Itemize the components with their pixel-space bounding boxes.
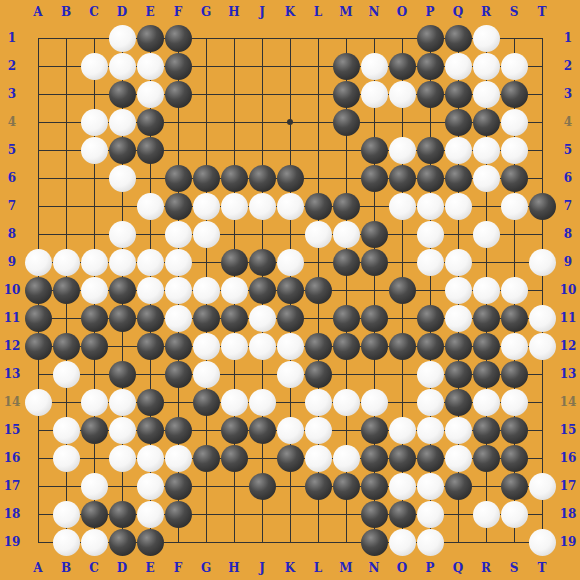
board-intersection-J13[interactable]: [248, 360, 276, 388]
board-intersection-H7[interactable]: [220, 192, 248, 220]
board-intersection-N8[interactable]: [360, 220, 388, 248]
board-intersection-L10[interactable]: [304, 276, 332, 304]
board-intersection-L1[interactable]: [304, 24, 332, 52]
board-intersection-L16[interactable]: [304, 444, 332, 472]
board-intersection-A5[interactable]: [24, 136, 52, 164]
board-intersection-C11[interactable]: [80, 304, 108, 332]
board-intersection-A19[interactable]: [24, 528, 52, 556]
board-intersection-R9[interactable]: [472, 248, 500, 276]
board-intersection-J10[interactable]: [248, 276, 276, 304]
board-intersection-K7[interactable]: [276, 192, 304, 220]
board-intersection-B5[interactable]: [52, 136, 80, 164]
board-intersection-K3[interactable]: [276, 80, 304, 108]
board-intersection-T17[interactable]: [528, 472, 556, 500]
board-intersection-Q10[interactable]: [444, 276, 472, 304]
board-intersection-C2[interactable]: [80, 52, 108, 80]
board-intersection-H14[interactable]: [220, 388, 248, 416]
board-intersection-G2[interactable]: [192, 52, 220, 80]
board-intersection-F15[interactable]: [164, 416, 192, 444]
board-intersection-L11[interactable]: [304, 304, 332, 332]
board-intersection-E5[interactable]: [136, 136, 164, 164]
board-intersection-D8[interactable]: [108, 220, 136, 248]
board-intersection-C19[interactable]: [80, 528, 108, 556]
board-intersection-J14[interactable]: [248, 388, 276, 416]
board-intersection-B12[interactable]: [52, 332, 80, 360]
board-intersection-K19[interactable]: [276, 528, 304, 556]
board-intersection-N11[interactable]: [360, 304, 388, 332]
board-intersection-S13[interactable]: [500, 360, 528, 388]
board-intersection-T16[interactable]: [528, 444, 556, 472]
board-intersection-K10[interactable]: [276, 276, 304, 304]
board-intersection-M12[interactable]: [332, 332, 360, 360]
board-intersection-R3[interactable]: [472, 80, 500, 108]
board-intersection-K9[interactable]: [276, 248, 304, 276]
board-intersection-F18[interactable]: [164, 500, 192, 528]
board-intersection-D15[interactable]: [108, 416, 136, 444]
board-intersection-D7[interactable]: [108, 192, 136, 220]
board-intersection-J17[interactable]: [248, 472, 276, 500]
board-intersection-C8[interactable]: [80, 220, 108, 248]
board-intersection-S11[interactable]: [500, 304, 528, 332]
board-intersection-P17[interactable]: [416, 472, 444, 500]
board-intersection-J7[interactable]: [248, 192, 276, 220]
board-intersection-A7[interactable]: [24, 192, 52, 220]
board-intersection-B17[interactable]: [52, 472, 80, 500]
board-intersection-S12[interactable]: [500, 332, 528, 360]
board-intersection-R11[interactable]: [472, 304, 500, 332]
board-intersection-T1[interactable]: [528, 24, 556, 52]
board-intersection-M14[interactable]: [332, 388, 360, 416]
board-intersection-N1[interactable]: [360, 24, 388, 52]
board-intersection-G5[interactable]: [192, 136, 220, 164]
board-intersection-H8[interactable]: [220, 220, 248, 248]
board-intersection-D13[interactable]: [108, 360, 136, 388]
board-intersection-F13[interactable]: [164, 360, 192, 388]
board-intersection-Q12[interactable]: [444, 332, 472, 360]
board-intersection-S6[interactable]: [500, 164, 528, 192]
board-intersection-J6[interactable]: [248, 164, 276, 192]
board-intersection-M18[interactable]: [332, 500, 360, 528]
board-intersection-O15[interactable]: [388, 416, 416, 444]
board-intersection-S1[interactable]: [500, 24, 528, 52]
board-intersection-P11[interactable]: [416, 304, 444, 332]
board-intersection-G14[interactable]: [192, 388, 220, 416]
board-intersection-Q15[interactable]: [444, 416, 472, 444]
board-intersection-G18[interactable]: [192, 500, 220, 528]
board-intersection-F16[interactable]: [164, 444, 192, 472]
board-intersection-P6[interactable]: [416, 164, 444, 192]
board-intersection-T9[interactable]: [528, 248, 556, 276]
board-intersection-O18[interactable]: [388, 500, 416, 528]
board-intersection-O14[interactable]: [388, 388, 416, 416]
board-intersection-L14[interactable]: [304, 388, 332, 416]
board-intersection-M11[interactable]: [332, 304, 360, 332]
board-intersection-M19[interactable]: [332, 528, 360, 556]
board-intersection-A16[interactable]: [24, 444, 52, 472]
board-intersection-A11[interactable]: [24, 304, 52, 332]
board-intersection-M16[interactable]: [332, 444, 360, 472]
board-intersection-E9[interactable]: [136, 248, 164, 276]
board-intersection-R19[interactable]: [472, 528, 500, 556]
board-intersection-C16[interactable]: [80, 444, 108, 472]
board-intersection-L19[interactable]: [304, 528, 332, 556]
board-intersection-O4[interactable]: [388, 108, 416, 136]
board-intersection-C18[interactable]: [80, 500, 108, 528]
board-intersection-O3[interactable]: [388, 80, 416, 108]
board-intersection-K17[interactable]: [276, 472, 304, 500]
board-intersection-N6[interactable]: [360, 164, 388, 192]
board-intersection-E14[interactable]: [136, 388, 164, 416]
board-intersection-T10[interactable]: [528, 276, 556, 304]
board-intersection-H17[interactable]: [220, 472, 248, 500]
board-intersection-F14[interactable]: [164, 388, 192, 416]
board-intersection-A6[interactable]: [24, 164, 52, 192]
board-intersection-T15[interactable]: [528, 416, 556, 444]
board-intersection-D14[interactable]: [108, 388, 136, 416]
board-intersection-N16[interactable]: [360, 444, 388, 472]
board-intersection-N12[interactable]: [360, 332, 388, 360]
board-intersection-E12[interactable]: [136, 332, 164, 360]
board-intersection-R1[interactable]: [472, 24, 500, 52]
board-intersection-H19[interactable]: [220, 528, 248, 556]
board-intersection-T13[interactable]: [528, 360, 556, 388]
board-intersection-A14[interactable]: [24, 388, 52, 416]
board-intersection-R14[interactable]: [472, 388, 500, 416]
board-intersection-N15[interactable]: [360, 416, 388, 444]
board-intersection-F1[interactable]: [164, 24, 192, 52]
board-intersection-C5[interactable]: [80, 136, 108, 164]
board-intersection-K2[interactable]: [276, 52, 304, 80]
board-intersection-L3[interactable]: [304, 80, 332, 108]
board-intersection-H9[interactable]: [220, 248, 248, 276]
board-intersection-M5[interactable]: [332, 136, 360, 164]
board-intersection-R2[interactable]: [472, 52, 500, 80]
board-intersection-A3[interactable]: [24, 80, 52, 108]
board-intersection-F2[interactable]: [164, 52, 192, 80]
board-intersection-D11[interactable]: [108, 304, 136, 332]
board-intersection-P15[interactable]: [416, 416, 444, 444]
board-intersection-O5[interactable]: [388, 136, 416, 164]
board-intersection-R10[interactable]: [472, 276, 500, 304]
board-intersection-D19[interactable]: [108, 528, 136, 556]
board-intersection-R7[interactable]: [472, 192, 500, 220]
board-intersection-J11[interactable]: [248, 304, 276, 332]
board-intersection-B11[interactable]: [52, 304, 80, 332]
board-intersection-T7[interactable]: [528, 192, 556, 220]
board-intersection-M3[interactable]: [332, 80, 360, 108]
board-intersection-P7[interactable]: [416, 192, 444, 220]
board-intersection-E8[interactable]: [136, 220, 164, 248]
board-intersection-O19[interactable]: [388, 528, 416, 556]
board-intersection-C7[interactable]: [80, 192, 108, 220]
board-intersection-L15[interactable]: [304, 416, 332, 444]
board-intersection-G3[interactable]: [192, 80, 220, 108]
board-intersection-T18[interactable]: [528, 500, 556, 528]
board-intersection-H6[interactable]: [220, 164, 248, 192]
board-intersection-L7[interactable]: [304, 192, 332, 220]
board-intersection-B3[interactable]: [52, 80, 80, 108]
board-intersection-A10[interactable]: [24, 276, 52, 304]
board-intersection-Q6[interactable]: [444, 164, 472, 192]
board-intersection-F10[interactable]: [164, 276, 192, 304]
board-intersection-P14[interactable]: [416, 388, 444, 416]
board-intersection-M7[interactable]: [332, 192, 360, 220]
board-intersection-P1[interactable]: [416, 24, 444, 52]
board-intersection-H4[interactable]: [220, 108, 248, 136]
board-intersection-R16[interactable]: [472, 444, 500, 472]
board-intersection-R6[interactable]: [472, 164, 500, 192]
board-intersection-D18[interactable]: [108, 500, 136, 528]
board-intersection-Q14[interactable]: [444, 388, 472, 416]
board-intersection-F6[interactable]: [164, 164, 192, 192]
board-intersection-Q7[interactable]: [444, 192, 472, 220]
board-intersection-E15[interactable]: [136, 416, 164, 444]
board-intersection-F8[interactable]: [164, 220, 192, 248]
board-intersection-G15[interactable]: [192, 416, 220, 444]
board-intersection-D4[interactable]: [108, 108, 136, 136]
board-intersection-S5[interactable]: [500, 136, 528, 164]
board-intersection-F4[interactable]: [164, 108, 192, 136]
board-intersection-F11[interactable]: [164, 304, 192, 332]
board-intersection-K8[interactable]: [276, 220, 304, 248]
board-intersection-M6[interactable]: [332, 164, 360, 192]
board-intersection-T12[interactable]: [528, 332, 556, 360]
board-intersection-Q16[interactable]: [444, 444, 472, 472]
board-intersection-M4[interactable]: [332, 108, 360, 136]
board-intersection-E1[interactable]: [136, 24, 164, 52]
board-intersection-P9[interactable]: [416, 248, 444, 276]
board-intersection-K12[interactable]: [276, 332, 304, 360]
board-intersection-L5[interactable]: [304, 136, 332, 164]
board-intersection-Q17[interactable]: [444, 472, 472, 500]
board-intersection-E7[interactable]: [136, 192, 164, 220]
board-intersection-T5[interactable]: [528, 136, 556, 164]
board-intersection-E10[interactable]: [136, 276, 164, 304]
board-intersection-J1[interactable]: [248, 24, 276, 52]
board-intersection-H13[interactable]: [220, 360, 248, 388]
board-intersection-B2[interactable]: [52, 52, 80, 80]
board-intersection-O8[interactable]: [388, 220, 416, 248]
board-intersection-P19[interactable]: [416, 528, 444, 556]
board-intersection-O9[interactable]: [388, 248, 416, 276]
board-intersection-B19[interactable]: [52, 528, 80, 556]
board-intersection-E3[interactable]: [136, 80, 164, 108]
board-intersection-T19[interactable]: [528, 528, 556, 556]
board-intersection-A2[interactable]: [24, 52, 52, 80]
board-intersection-P10[interactable]: [416, 276, 444, 304]
board-intersection-D12[interactable]: [108, 332, 136, 360]
board-intersection-N18[interactable]: [360, 500, 388, 528]
board-intersection-N4[interactable]: [360, 108, 388, 136]
board-intersection-C1[interactable]: [80, 24, 108, 52]
board-intersection-N13[interactable]: [360, 360, 388, 388]
board-intersection-B10[interactable]: [52, 276, 80, 304]
board-intersection-O12[interactable]: [388, 332, 416, 360]
board-intersection-G1[interactable]: [192, 24, 220, 52]
board-intersection-C3[interactable]: [80, 80, 108, 108]
board-intersection-C4[interactable]: [80, 108, 108, 136]
board-intersection-Q5[interactable]: [444, 136, 472, 164]
board-intersection-J19[interactable]: [248, 528, 276, 556]
board-intersection-T2[interactable]: [528, 52, 556, 80]
board-intersection-B14[interactable]: [52, 388, 80, 416]
board-intersection-K14[interactable]: [276, 388, 304, 416]
board-intersection-L8[interactable]: [304, 220, 332, 248]
board-intersection-C14[interactable]: [80, 388, 108, 416]
board-intersection-S17[interactable]: [500, 472, 528, 500]
board-intersection-D3[interactable]: [108, 80, 136, 108]
board-intersection-Q13[interactable]: [444, 360, 472, 388]
board-intersection-S10[interactable]: [500, 276, 528, 304]
board-intersection-O10[interactable]: [388, 276, 416, 304]
board-intersection-E16[interactable]: [136, 444, 164, 472]
board-intersection-T4[interactable]: [528, 108, 556, 136]
board-intersection-H3[interactable]: [220, 80, 248, 108]
board-intersection-C17[interactable]: [80, 472, 108, 500]
board-intersection-A1[interactable]: [24, 24, 52, 52]
board-intersection-K13[interactable]: [276, 360, 304, 388]
board-intersection-G6[interactable]: [192, 164, 220, 192]
board-intersection-E4[interactable]: [136, 108, 164, 136]
board-intersection-R17[interactable]: [472, 472, 500, 500]
board-intersection-E19[interactable]: [136, 528, 164, 556]
board-intersection-D17[interactable]: [108, 472, 136, 500]
board-intersection-Q18[interactable]: [444, 500, 472, 528]
board-intersection-B16[interactable]: [52, 444, 80, 472]
board-intersection-C9[interactable]: [80, 248, 108, 276]
board-intersection-S15[interactable]: [500, 416, 528, 444]
board-intersection-C13[interactable]: [80, 360, 108, 388]
board-intersection-J8[interactable]: [248, 220, 276, 248]
board-intersection-S14[interactable]: [500, 388, 528, 416]
board-intersection-B15[interactable]: [52, 416, 80, 444]
board-intersection-N9[interactable]: [360, 248, 388, 276]
board-intersection-K18[interactable]: [276, 500, 304, 528]
board-intersection-R18[interactable]: [472, 500, 500, 528]
board-intersection-D9[interactable]: [108, 248, 136, 276]
board-intersection-C6[interactable]: [80, 164, 108, 192]
board-intersection-L2[interactable]: [304, 52, 332, 80]
board-intersection-S8[interactable]: [500, 220, 528, 248]
board-intersection-F17[interactable]: [164, 472, 192, 500]
board-intersection-T11[interactable]: [528, 304, 556, 332]
board-intersection-P2[interactable]: [416, 52, 444, 80]
board-intersection-H10[interactable]: [220, 276, 248, 304]
board-intersection-D16[interactable]: [108, 444, 136, 472]
board-intersection-Q1[interactable]: [444, 24, 472, 52]
board-intersection-C10[interactable]: [80, 276, 108, 304]
board-intersection-N7[interactable]: [360, 192, 388, 220]
board-intersection-T14[interactable]: [528, 388, 556, 416]
board-intersection-H15[interactable]: [220, 416, 248, 444]
board-intersection-O16[interactable]: [388, 444, 416, 472]
board-intersection-E17[interactable]: [136, 472, 164, 500]
board-intersection-J15[interactable]: [248, 416, 276, 444]
board-intersection-G17[interactable]: [192, 472, 220, 500]
board-intersection-L12[interactable]: [304, 332, 332, 360]
board-intersection-S19[interactable]: [500, 528, 528, 556]
board-intersection-K15[interactable]: [276, 416, 304, 444]
board-intersection-Q4[interactable]: [444, 108, 472, 136]
board-intersection-B4[interactable]: [52, 108, 80, 136]
board-intersection-J12[interactable]: [248, 332, 276, 360]
board-intersection-K1[interactable]: [276, 24, 304, 52]
board-intersection-S2[interactable]: [500, 52, 528, 80]
board-intersection-S4[interactable]: [500, 108, 528, 136]
board-intersection-G9[interactable]: [192, 248, 220, 276]
board-intersection-C15[interactable]: [80, 416, 108, 444]
board-intersection-E11[interactable]: [136, 304, 164, 332]
board-intersection-A15[interactable]: [24, 416, 52, 444]
board-intersection-K16[interactable]: [276, 444, 304, 472]
board-intersection-G12[interactable]: [192, 332, 220, 360]
board-intersection-F9[interactable]: [164, 248, 192, 276]
board-intersection-L4[interactable]: [304, 108, 332, 136]
board-intersection-M10[interactable]: [332, 276, 360, 304]
board-intersection-R13[interactable]: [472, 360, 500, 388]
board-intersection-R15[interactable]: [472, 416, 500, 444]
board-intersection-M2[interactable]: [332, 52, 360, 80]
board-intersection-G4[interactable]: [192, 108, 220, 136]
board-intersection-B13[interactable]: [52, 360, 80, 388]
board-intersection-S3[interactable]: [500, 80, 528, 108]
board-intersection-D10[interactable]: [108, 276, 136, 304]
board-intersection-F3[interactable]: [164, 80, 192, 108]
board-intersection-S9[interactable]: [500, 248, 528, 276]
board-intersection-O1[interactable]: [388, 24, 416, 52]
board-intersection-L6[interactable]: [304, 164, 332, 192]
board-intersection-F19[interactable]: [164, 528, 192, 556]
board-intersection-K11[interactable]: [276, 304, 304, 332]
board-intersection-A12[interactable]: [24, 332, 52, 360]
board-intersection-M13[interactable]: [332, 360, 360, 388]
board-intersection-Q2[interactable]: [444, 52, 472, 80]
board-intersection-A9[interactable]: [24, 248, 52, 276]
board-intersection-G7[interactable]: [192, 192, 220, 220]
board-intersection-A4[interactable]: [24, 108, 52, 136]
board-intersection-Q9[interactable]: [444, 248, 472, 276]
board-intersection-J9[interactable]: [248, 248, 276, 276]
board-intersection-M1[interactable]: [332, 24, 360, 52]
board-intersection-A8[interactable]: [24, 220, 52, 248]
board-intersection-E13[interactable]: [136, 360, 164, 388]
board-intersection-R12[interactable]: [472, 332, 500, 360]
board-intersection-G19[interactable]: [192, 528, 220, 556]
board-intersection-M9[interactable]: [332, 248, 360, 276]
board-intersection-E6[interactable]: [136, 164, 164, 192]
board-intersection-P13[interactable]: [416, 360, 444, 388]
board-intersection-B7[interactable]: [52, 192, 80, 220]
board-intersection-H2[interactable]: [220, 52, 248, 80]
board-intersection-K4[interactable]: [276, 108, 304, 136]
board-intersection-N3[interactable]: [360, 80, 388, 108]
board-intersection-G8[interactable]: [192, 220, 220, 248]
board-intersection-O7[interactable]: [388, 192, 416, 220]
board-intersection-J16[interactable]: [248, 444, 276, 472]
board-intersection-C12[interactable]: [80, 332, 108, 360]
board-intersection-H18[interactable]: [220, 500, 248, 528]
board-intersection-J3[interactable]: [248, 80, 276, 108]
board-intersection-R4[interactable]: [472, 108, 500, 136]
board-intersection-A13[interactable]: [24, 360, 52, 388]
board-intersection-F12[interactable]: [164, 332, 192, 360]
board-intersection-B9[interactable]: [52, 248, 80, 276]
board-intersection-B1[interactable]: [52, 24, 80, 52]
board-intersection-M8[interactable]: [332, 220, 360, 248]
board-intersection-J4[interactable]: [248, 108, 276, 136]
board-intersection-Q11[interactable]: [444, 304, 472, 332]
board-intersection-N17[interactable]: [360, 472, 388, 500]
